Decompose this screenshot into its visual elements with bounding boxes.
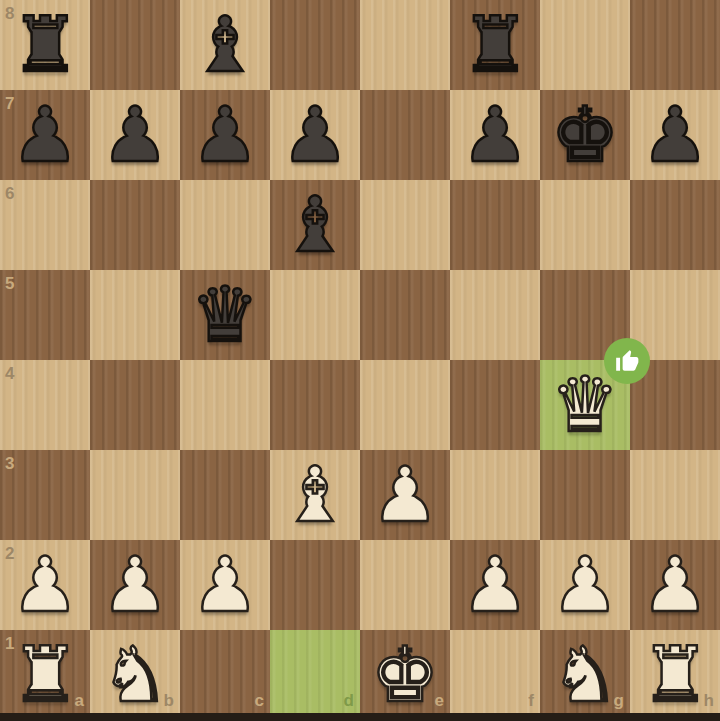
square-c6[interactable] bbox=[180, 180, 270, 270]
square-e8[interactable] bbox=[360, 0, 450, 90]
piece-black-rook[interactable]: ♜ bbox=[461, 0, 529, 90]
board-bottom-edge bbox=[0, 713, 720, 721]
square-d5[interactable] bbox=[270, 270, 360, 360]
square-h6[interactable] bbox=[630, 180, 720, 270]
square-b8[interactable] bbox=[90, 0, 180, 90]
file-label-c: c bbox=[255, 692, 264, 709]
file-label-h: h bbox=[704, 692, 714, 709]
square-g2[interactable]: ♟ bbox=[540, 540, 630, 630]
square-c5[interactable]: ♛ bbox=[180, 270, 270, 360]
square-h3[interactable] bbox=[630, 450, 720, 540]
piece-black-bishop[interactable]: ♝ bbox=[191, 0, 259, 90]
piece-white-pawn[interactable]: ♟ bbox=[101, 540, 169, 630]
square-b6[interactable] bbox=[90, 180, 180, 270]
square-f1[interactable]: f bbox=[450, 630, 540, 720]
file-label-d: d bbox=[344, 692, 354, 709]
piece-white-pawn[interactable]: ♟ bbox=[191, 540, 259, 630]
square-d7[interactable]: ♟ bbox=[270, 90, 360, 180]
square-d3[interactable]: ♝ bbox=[270, 450, 360, 540]
piece-black-pawn[interactable]: ♟ bbox=[101, 90, 169, 180]
square-c2[interactable]: ♟ bbox=[180, 540, 270, 630]
square-b1[interactable]: b♞ bbox=[90, 630, 180, 720]
square-f5[interactable] bbox=[450, 270, 540, 360]
square-b3[interactable] bbox=[90, 450, 180, 540]
piece-white-bishop[interactable]: ♝ bbox=[281, 450, 349, 540]
square-b2[interactable]: ♟ bbox=[90, 540, 180, 630]
rank-label-5: 5 bbox=[5, 275, 14, 292]
square-f2[interactable]: ♟ bbox=[450, 540, 540, 630]
square-c3[interactable] bbox=[180, 450, 270, 540]
piece-black-pawn[interactable]: ♟ bbox=[191, 90, 259, 180]
piece-black-king[interactable]: ♚ bbox=[551, 90, 619, 180]
rank-label-4: 4 bbox=[5, 365, 14, 382]
square-b7[interactable]: ♟ bbox=[90, 90, 180, 180]
square-e6[interactable] bbox=[360, 180, 450, 270]
chess-app-window: 8♜♝♜7♟♟♟♟♟♚♟6♝5♛4♛3♝♟2♟♟♟♟♟♟1a♜b♞cde♚fg♞… bbox=[0, 0, 720, 721]
square-a4[interactable]: 4 bbox=[0, 360, 90, 450]
square-c8[interactable]: ♝ bbox=[180, 0, 270, 90]
square-a6[interactable]: 6 bbox=[0, 180, 90, 270]
piece-black-queen[interactable]: ♛ bbox=[191, 270, 259, 360]
piece-white-pawn[interactable]: ♟ bbox=[641, 540, 709, 630]
square-b4[interactable] bbox=[90, 360, 180, 450]
file-label-b: b bbox=[164, 692, 174, 709]
piece-black-rook[interactable]: ♜ bbox=[11, 0, 79, 90]
square-f6[interactable] bbox=[450, 180, 540, 270]
square-h8[interactable] bbox=[630, 0, 720, 90]
square-d4[interactable] bbox=[270, 360, 360, 450]
square-h2[interactable]: ♟ bbox=[630, 540, 720, 630]
square-a2[interactable]: 2♟ bbox=[0, 540, 90, 630]
piece-white-rook[interactable]: ♜ bbox=[641, 630, 709, 720]
square-a7[interactable]: 7♟ bbox=[0, 90, 90, 180]
piece-white-pawn[interactable]: ♟ bbox=[11, 540, 79, 630]
square-f8[interactable]: ♜ bbox=[450, 0, 540, 90]
square-d6[interactable]: ♝ bbox=[270, 180, 360, 270]
piece-white-pawn[interactable]: ♟ bbox=[461, 540, 529, 630]
square-h7[interactable]: ♟ bbox=[630, 90, 720, 180]
square-d8[interactable] bbox=[270, 0, 360, 90]
piece-black-pawn[interactable]: ♟ bbox=[461, 90, 529, 180]
file-label-e: e bbox=[435, 692, 444, 709]
good-move-badge bbox=[604, 338, 650, 384]
file-label-a: a bbox=[75, 692, 84, 709]
square-e7[interactable] bbox=[360, 90, 450, 180]
square-e1[interactable]: e♚ bbox=[360, 630, 450, 720]
thumbs-up-icon bbox=[614, 348, 640, 374]
square-a3[interactable]: 3 bbox=[0, 450, 90, 540]
rank-label-7: 7 bbox=[5, 95, 14, 112]
square-e3[interactable]: ♟ bbox=[360, 450, 450, 540]
square-b5[interactable] bbox=[90, 270, 180, 360]
piece-black-bishop[interactable]: ♝ bbox=[281, 180, 349, 270]
rank-label-3: 3 bbox=[5, 455, 14, 472]
piece-white-knight[interactable]: ♞ bbox=[551, 630, 619, 720]
square-a8[interactable]: 8♜ bbox=[0, 0, 90, 90]
square-c4[interactable] bbox=[180, 360, 270, 450]
square-c7[interactable]: ♟ bbox=[180, 90, 270, 180]
piece-white-king[interactable]: ♚ bbox=[371, 630, 439, 720]
square-g6[interactable] bbox=[540, 180, 630, 270]
square-e4[interactable] bbox=[360, 360, 450, 450]
piece-black-pawn[interactable]: ♟ bbox=[641, 90, 709, 180]
piece-black-pawn[interactable]: ♟ bbox=[281, 90, 349, 180]
square-d1[interactable]: d bbox=[270, 630, 360, 720]
square-g1[interactable]: g♞ bbox=[540, 630, 630, 720]
square-d2[interactable] bbox=[270, 540, 360, 630]
piece-white-pawn[interactable]: ♟ bbox=[551, 540, 619, 630]
square-h1[interactable]: h♜ bbox=[630, 630, 720, 720]
square-f7[interactable]: ♟ bbox=[450, 90, 540, 180]
rank-label-1: 1 bbox=[5, 635, 14, 652]
square-f4[interactable] bbox=[450, 360, 540, 450]
file-label-f: f bbox=[528, 692, 534, 709]
square-a5[interactable]: 5 bbox=[0, 270, 90, 360]
file-label-g: g bbox=[614, 692, 624, 709]
square-c1[interactable]: c bbox=[180, 630, 270, 720]
square-g7[interactable]: ♚ bbox=[540, 90, 630, 180]
square-f3[interactable] bbox=[450, 450, 540, 540]
square-e5[interactable] bbox=[360, 270, 450, 360]
square-a1[interactable]: 1a♜ bbox=[0, 630, 90, 720]
piece-white-rook[interactable]: ♜ bbox=[11, 630, 79, 720]
piece-black-pawn[interactable]: ♟ bbox=[11, 90, 79, 180]
piece-white-pawn[interactable]: ♟ bbox=[371, 450, 439, 540]
rank-label-6: 6 bbox=[5, 185, 14, 202]
square-e2[interactable] bbox=[360, 540, 450, 630]
rank-label-8: 8 bbox=[5, 5, 14, 22]
square-g3[interactable] bbox=[540, 450, 630, 540]
rank-label-2: 2 bbox=[5, 545, 14, 562]
square-g8[interactable] bbox=[540, 0, 630, 90]
piece-white-knight[interactable]: ♞ bbox=[101, 630, 169, 720]
